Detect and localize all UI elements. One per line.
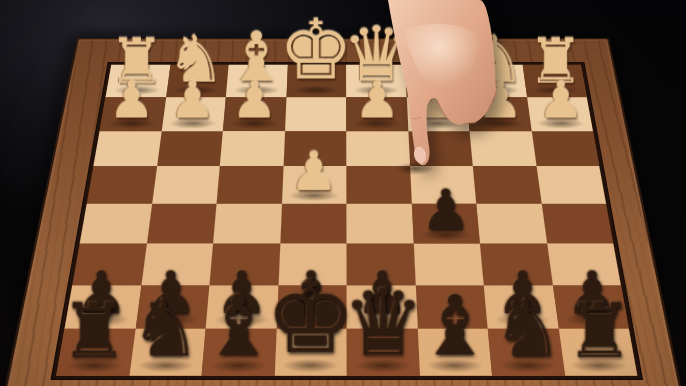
square-e4: ♟ bbox=[281, 166, 346, 203]
square-g8: ♞ bbox=[129, 329, 206, 376]
chessboard-frame: ♜♞♝♚♛♝♞♜♟♟♟♟♟♟♟♟♟♟♟♟♟♟♟♟♜♞♝♚♛♝♞♜ bbox=[0, 38, 686, 386]
video-frame: ♜♞♝♚♛♝♞♜♟♟♟♟♟♟♟♟♟♟♟♟♟♟♟♟♜♞♝♚♛♝♞♜ bbox=[0, 0, 686, 386]
black-knight-g8: ♞ bbox=[131, 289, 202, 368]
square-e5 bbox=[280, 204, 347, 243]
square-f3 bbox=[220, 131, 285, 167]
square-g2: ♟ bbox=[161, 97, 226, 131]
square-e8: ♚ bbox=[274, 329, 347, 376]
square-h3 bbox=[93, 131, 161, 167]
square-c5: ♟ bbox=[411, 204, 480, 243]
square-b5 bbox=[476, 204, 546, 243]
black-knight-b8: ♞ bbox=[492, 289, 563, 368]
white-pawn-e4: ♟ bbox=[290, 144, 338, 198]
square-g4 bbox=[152, 166, 220, 203]
white-pawn-h2: ♟ bbox=[108, 74, 154, 125]
black-rook-a8: ♜ bbox=[566, 293, 634, 368]
square-a8: ♜ bbox=[558, 329, 637, 376]
square-h4 bbox=[87, 166, 157, 203]
square-h2: ♟ bbox=[100, 97, 166, 131]
white-pawn-f2: ♟ bbox=[231, 74, 277, 125]
square-g5 bbox=[146, 204, 216, 243]
black-bishop-c8: ♝ bbox=[418, 285, 492, 368]
square-f5 bbox=[213, 204, 281, 243]
square-e2 bbox=[285, 97, 347, 131]
square-b8: ♞ bbox=[488, 329, 565, 376]
square-d5 bbox=[346, 204, 413, 243]
square-h5 bbox=[80, 204, 152, 243]
white-pawn-g2: ♟ bbox=[170, 74, 216, 125]
board-scene: ♜♞♝♚♛♝♞♜♟♟♟♟♟♟♟♟♟♟♟♟♟♟♟♟♜♞♝♚♛♝♞♜ bbox=[0, 0, 686, 386]
black-pawn-c5: ♟ bbox=[421, 181, 471, 236]
square-f2: ♟ bbox=[223, 97, 286, 131]
square-d8: ♛ bbox=[347, 329, 420, 376]
hand-illustration bbox=[374, 0, 574, 185]
square-h8: ♜ bbox=[56, 329, 135, 376]
black-queen-d8: ♛ bbox=[342, 276, 424, 368]
square-e1: ♚ bbox=[286, 65, 346, 97]
black-rook-h8: ♜ bbox=[60, 293, 128, 368]
pointing-hand bbox=[374, 0, 574, 185]
square-c8: ♝ bbox=[417, 329, 492, 376]
square-a5 bbox=[541, 204, 613, 243]
square-f4 bbox=[217, 166, 284, 203]
square-g3 bbox=[157, 131, 223, 167]
